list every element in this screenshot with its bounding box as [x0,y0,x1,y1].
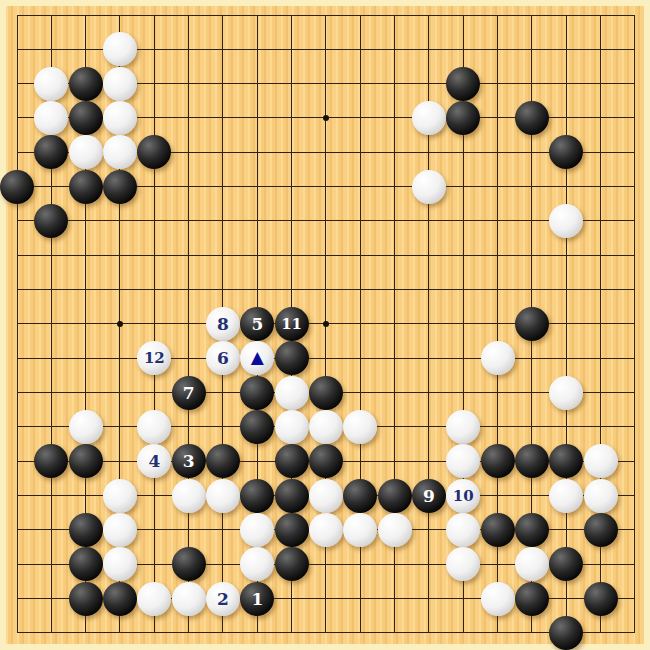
hoshi-point [323,321,329,327]
white-stone [206,341,240,375]
white-stone [549,376,583,410]
black-stone [206,444,240,478]
black-stone [0,170,34,204]
white-stone [103,479,137,513]
white-stone [206,307,240,341]
white-stone [103,32,137,66]
black-stone [103,582,137,616]
grid-line-vertical [634,15,635,634]
black-stone [515,513,549,547]
black-stone [584,513,618,547]
black-stone [549,547,583,581]
black-stone [446,101,480,135]
hoshi-point [323,115,329,121]
black-stone [412,479,446,513]
white-stone [103,547,137,581]
white-stone [446,410,480,444]
white-stone [240,547,274,581]
black-stone [481,444,515,478]
black-stone [309,376,343,410]
white-stone [103,67,137,101]
white-stone [103,513,137,547]
black-stone [515,582,549,616]
white-stone [137,582,171,616]
white-stone [584,479,618,513]
hoshi-point [117,321,123,327]
black-stone [172,376,206,410]
black-stone [172,444,206,478]
black-stone [240,410,274,444]
white-stone [137,444,171,478]
black-stone [34,204,68,238]
black-stone [275,547,309,581]
black-stone [275,513,309,547]
black-stone [378,479,412,513]
white-stone [481,341,515,375]
white-stone [446,444,480,478]
black-stone [549,444,583,478]
white-stone [275,376,309,410]
go-board-frame: 123456789101112▲ [0,0,650,650]
white-stone [309,513,343,547]
white-stone [103,135,137,169]
white-stone [343,513,377,547]
white-stone [412,101,446,135]
black-stone [584,582,618,616]
white-stone [584,444,618,478]
white-stone [172,582,206,616]
black-stone [343,479,377,513]
black-stone [240,479,274,513]
black-stone [69,444,103,478]
black-stone [515,307,549,341]
black-stone [69,101,103,135]
black-stone [275,307,309,341]
black-stone [481,513,515,547]
white-stone [378,513,412,547]
white-stone [446,479,480,513]
white-stone [206,582,240,616]
black-stone [549,135,583,169]
black-stone [69,170,103,204]
black-stone [69,547,103,581]
white-stone [69,135,103,169]
grid-line-horizontal [17,632,636,633]
white-stone [446,513,480,547]
black-stone [240,376,274,410]
black-stone [240,307,274,341]
black-stone [446,67,480,101]
white-stone [549,479,583,513]
white-stone [481,582,515,616]
black-stone [549,616,583,650]
white-stone [103,101,137,135]
white-stone [34,67,68,101]
black-stone [275,444,309,478]
white-stone [275,410,309,444]
black-stone [69,513,103,547]
black-stone [69,67,103,101]
black-stone [240,582,274,616]
go-board-surface[interactable]: 123456789101112▲ [6,6,644,644]
white-stone [343,410,377,444]
white-stone [137,410,171,444]
black-stone [137,135,171,169]
white-stone [137,341,171,375]
white-stone [309,479,343,513]
white-stone [309,410,343,444]
black-stone [172,547,206,581]
black-stone [34,444,68,478]
white-stone [34,101,68,135]
black-stone [34,135,68,169]
black-stone [515,101,549,135]
white-stone [240,341,274,375]
white-stone [172,479,206,513]
white-stone [240,513,274,547]
black-stone [515,444,549,478]
black-stone [69,582,103,616]
white-stone [549,204,583,238]
black-stone [275,479,309,513]
white-stone [69,410,103,444]
grid-line-horizontal [17,358,636,359]
black-stone [309,444,343,478]
white-stone [446,547,480,581]
white-stone [206,479,240,513]
black-stone [103,170,137,204]
black-stone [275,341,309,375]
white-stone [515,547,549,581]
white-stone [412,170,446,204]
grid-line-vertical [566,15,567,634]
